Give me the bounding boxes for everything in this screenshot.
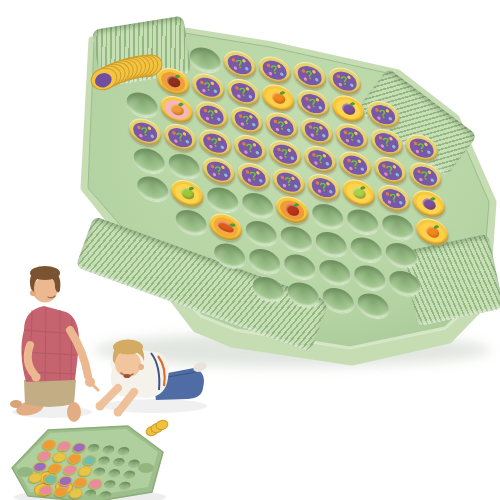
boy-right-hair: [113, 342, 144, 364]
token-hidden: ?: [306, 172, 341, 203]
mini-cell-r4c5: [96, 490, 116, 500]
boy-left-hair: [30, 268, 60, 293]
question-mark-glyph: ?: [381, 136, 392, 148]
mini-hole: [83, 489, 97, 498]
mini-hole: [92, 467, 106, 476]
token-hidden: ?: [327, 65, 362, 96]
board-hole: [279, 224, 313, 253]
token-orange: [415, 216, 450, 247]
mini-hole: [118, 481, 132, 490]
question-mark-glyph: ?: [346, 130, 357, 142]
boy-left-pointing-arm: [70, 330, 88, 376]
board-hole: [167, 152, 201, 181]
boy-left-shirt: [21, 306, 79, 382]
mini-hole: [127, 459, 141, 468]
mini-hole: [97, 456, 111, 465]
board-cell-r7c7: [386, 266, 425, 299]
question-mark-glyph: ?: [311, 125, 322, 137]
board-hole: [321, 286, 355, 315]
boy-left-face: [33, 278, 58, 303]
token-hidden: ?: [257, 54, 292, 85]
boy-right-shirt: [111, 348, 169, 398]
fruit-plum: [166, 75, 180, 88]
token-hidden: ?: [201, 155, 236, 186]
token-hidden: ?: [236, 161, 271, 192]
question-mark-glyph: ?: [416, 141, 427, 153]
board-hole: [384, 241, 418, 270]
token-apple: [170, 178, 205, 209]
board-hole: [248, 247, 282, 276]
question-mark-glyph: ?: [245, 142, 256, 154]
token-hidden: ?: [334, 121, 369, 152]
question-mark-glyph: ?: [315, 153, 326, 165]
mini-hole: [122, 470, 136, 479]
token-hidden: ?: [338, 149, 373, 180]
floor-shadow: [103, 399, 207, 413]
token-hidden: ?: [366, 99, 401, 130]
question-mark-glyph: ?: [378, 108, 389, 120]
token-grapes: [411, 188, 446, 219]
inset-mini-chip-stack: [145, 419, 169, 437]
product-photo-stage: ?????????????????????????????: [0, 0, 500, 500]
question-mark-glyph: ?: [385, 164, 396, 176]
question-mark-glyph: ?: [304, 69, 315, 81]
question-mark-glyph: ?: [308, 97, 319, 109]
question-mark-glyph: ?: [269, 64, 280, 76]
token-hidden: ?: [198, 127, 233, 158]
inset-mini-board-grid: [21, 438, 149, 500]
token-hidden: ?: [268, 138, 303, 169]
floor-shadow: [12, 406, 92, 418]
token-peach: [159, 94, 194, 125]
token-hidden: ?: [296, 88, 331, 119]
question-mark-glyph: ?: [350, 158, 361, 170]
question-mark-glyph: ?: [283, 176, 294, 188]
fruit-grapes: [421, 197, 435, 210]
mini-stacked-chip: [145, 425, 159, 437]
board-hole: [318, 258, 352, 287]
boy-right: [96, 340, 209, 417]
board-hole: [136, 174, 170, 203]
board-cell-r5c8: [414, 216, 453, 249]
mini-hole: [101, 445, 115, 454]
token-hidden: ?: [194, 99, 229, 130]
board-hole: [314, 230, 348, 259]
question-mark-glyph: ?: [234, 58, 245, 70]
board-cell-r8c3: [249, 272, 288, 305]
boy-left-shorts: [24, 377, 76, 407]
token-hidden: ?: [226, 77, 261, 108]
board-cell-r8c5: [319, 283, 358, 316]
fruit-peach: [169, 103, 183, 116]
fruit-strawberry: [285, 203, 299, 216]
token-lime: [341, 177, 376, 208]
question-mark-glyph: ?: [339, 74, 350, 86]
board-hole: [213, 241, 247, 270]
board-hole: [311, 202, 345, 231]
token-hidden: ?: [271, 166, 306, 197]
board-hole: [241, 191, 275, 220]
token-hidden: ?: [128, 116, 163, 147]
board-cell-r7c2: [211, 239, 250, 272]
mini-hole: [116, 447, 130, 456]
board-hole: [353, 263, 387, 292]
question-mark-glyph: ?: [280, 148, 291, 160]
boy-right-arm: [102, 388, 118, 404]
mini-stacked-chip: [150, 422, 164, 434]
mini-hole: [98, 491, 112, 500]
boy-right-jeans: [152, 368, 204, 400]
plaid-pattern: [22, 308, 77, 381]
token-hidden: ?: [222, 49, 257, 80]
fruit-orange: [271, 91, 285, 104]
question-mark-glyph: ?: [276, 120, 287, 132]
token-grapes: [331, 93, 366, 124]
board-hole: [251, 275, 285, 304]
question-mark-glyph: ?: [241, 114, 252, 126]
question-mark-glyph: ?: [210, 137, 221, 149]
board-hole: [286, 280, 320, 309]
board-cell-r6c1: [172, 205, 211, 238]
question-mark-glyph: ?: [206, 109, 217, 121]
board-hole: [206, 185, 240, 214]
board-hole: [356, 291, 390, 320]
fruit-orange: [425, 225, 439, 238]
question-mark-glyph: ?: [203, 81, 214, 93]
board-hole: [188, 45, 222, 74]
fruit-apple: [180, 187, 194, 200]
board-hole: [349, 235, 383, 264]
token-hidden: ?: [292, 60, 327, 91]
question-mark-glyph: ?: [388, 192, 399, 204]
token-carrot: [208, 211, 243, 242]
board-cell-r8c4: [284, 278, 323, 311]
token-strawberry: [275, 194, 310, 225]
token-hidden: ?: [303, 144, 338, 175]
board-cell-r8c6: [354, 289, 393, 322]
token-hidden: ?: [369, 127, 404, 158]
token-hidden: ?: [163, 122, 198, 153]
board-hole: [132, 146, 166, 175]
question-mark-glyph: ?: [248, 170, 259, 182]
fruit-lime: [351, 186, 365, 199]
question-mark-glyph: ?: [238, 86, 249, 98]
question-mark-glyph: ?: [175, 131, 186, 143]
board-hole: [244, 219, 278, 248]
boy-left: [10, 266, 98, 422]
mini-hole: [107, 469, 121, 478]
token-hidden: ?: [408, 160, 443, 191]
mini-hole: [103, 480, 117, 489]
board-hole: [283, 252, 317, 281]
mini-stacked-chip: [155, 419, 169, 431]
board-hole: [346, 207, 380, 236]
fruit-grapes: [341, 102, 355, 115]
token-hidden: ?: [376, 183, 411, 214]
question-mark-glyph: ?: [420, 169, 431, 181]
question-mark-glyph: ?: [140, 126, 151, 138]
question-mark-glyph: ?: [318, 181, 329, 193]
token-hidden: ?: [191, 71, 226, 102]
question-mark-glyph: ?: [213, 165, 224, 177]
token-plum: [156, 66, 191, 97]
token-hidden: ?: [264, 110, 299, 141]
token-hidden: ?: [404, 132, 439, 163]
mini-hole: [86, 444, 100, 453]
token-hidden: ?: [233, 133, 268, 164]
fruit-carrot: [217, 219, 234, 234]
token-hidden: ?: [229, 105, 264, 136]
token-hidden: ?: [373, 155, 408, 186]
board-hole: [174, 208, 208, 237]
token-hidden: ?: [299, 116, 334, 147]
board-hole: [381, 213, 415, 242]
token-orange: [261, 82, 296, 113]
mini-hole: [112, 458, 126, 467]
mini-cell-r3c6: [116, 480, 136, 493]
board-hole: [125, 90, 159, 119]
board-hole: [388, 269, 422, 298]
board-cell-r5c0: [134, 172, 173, 205]
boy-right-face: [115, 351, 141, 377]
